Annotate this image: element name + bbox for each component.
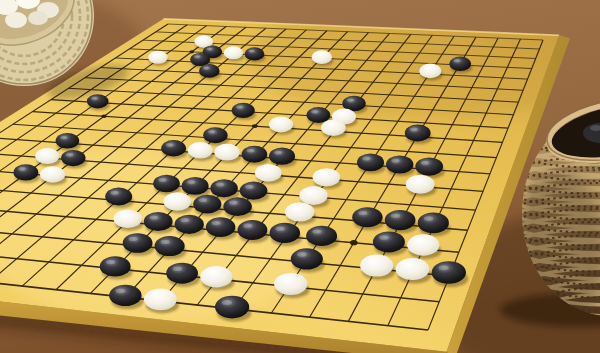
white-stone <box>148 51 168 64</box>
black-stone <box>182 177 209 195</box>
black-stone <box>190 53 210 66</box>
black-stone <box>405 125 431 142</box>
white-stone <box>406 175 435 194</box>
black-stone <box>270 223 301 243</box>
black-stone <box>418 213 449 234</box>
black-stone <box>199 64 220 78</box>
black-stone <box>269 148 295 165</box>
white-stone <box>321 120 346 136</box>
white-stone <box>35 148 59 164</box>
white-stone <box>144 288 177 310</box>
white-stone <box>114 209 142 228</box>
black-stone <box>175 215 204 234</box>
black-stone <box>206 217 236 237</box>
white-stone <box>274 273 307 295</box>
black-stone <box>61 150 85 166</box>
go-scene-svg <box>0 0 600 353</box>
black-stone <box>153 175 180 193</box>
black-stone <box>105 188 132 206</box>
black-stone <box>14 164 39 180</box>
white-stone <box>313 168 341 186</box>
white-stone <box>269 116 293 132</box>
black-stone <box>449 57 471 71</box>
white-stone <box>188 142 213 159</box>
black-stone <box>373 231 405 252</box>
white-stone <box>407 234 439 255</box>
black-stone <box>291 248 323 269</box>
black-stone <box>100 256 131 276</box>
black-stone <box>123 233 153 253</box>
white-stone <box>163 192 191 210</box>
go-photo-scene <box>0 0 600 353</box>
black-stone <box>385 210 416 230</box>
black-stone <box>352 207 382 227</box>
white-stone <box>200 266 232 287</box>
white-stone <box>419 64 441 79</box>
white-stone <box>396 258 430 280</box>
black-stone <box>240 182 268 200</box>
black-stone <box>232 103 255 118</box>
black-stone <box>245 47 265 60</box>
black-stone <box>144 212 173 231</box>
black-stone <box>237 220 267 240</box>
white-stone <box>312 50 333 64</box>
white-stone <box>360 255 393 277</box>
black-stone <box>109 285 141 306</box>
black-stone <box>307 107 331 123</box>
black-stone <box>223 197 252 216</box>
white-stone <box>224 46 244 59</box>
white-stone <box>255 164 282 182</box>
black-stone <box>56 133 80 149</box>
black-stone <box>386 155 413 173</box>
black-stone <box>87 94 109 108</box>
black-stone <box>215 296 249 319</box>
black-stone <box>306 226 337 246</box>
black-stone <box>203 127 227 143</box>
black-stone <box>193 195 221 214</box>
black-stone <box>155 236 185 256</box>
white-stone <box>299 186 327 205</box>
black-stone <box>166 263 198 284</box>
black-stone <box>242 146 268 163</box>
white-stone <box>214 144 239 161</box>
black-stone <box>432 261 466 284</box>
white-stone <box>285 202 314 221</box>
black-stone <box>210 179 237 197</box>
black-stone <box>357 154 384 172</box>
black-stone <box>161 140 186 156</box>
black-stone <box>415 157 443 175</box>
white-stone <box>40 166 65 183</box>
